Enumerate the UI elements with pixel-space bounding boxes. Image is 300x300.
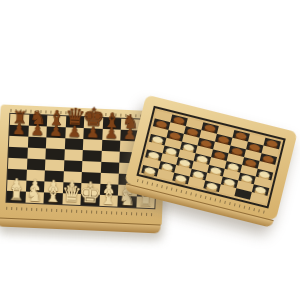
chess-square: ♛	[65, 116, 84, 128]
chess-square: ♟	[9, 125, 28, 137]
chess-square	[64, 149, 83, 161]
chess-square	[63, 160, 82, 172]
chess-square: ♟	[44, 181, 63, 193]
chess-piece-q-brown: ♛	[64, 105, 86, 129]
chess-square: ♟	[28, 126, 47, 138]
chess-square	[82, 150, 101, 162]
chess-square: ♚	[84, 117, 103, 129]
chess-square: ♝	[102, 118, 121, 130]
chess-square: ♞	[25, 192, 44, 204]
chess-square	[100, 162, 119, 174]
chess-square	[8, 147, 27, 159]
checkers-grid	[141, 111, 281, 204]
chess-square	[8, 158, 27, 170]
checker-piece-natural	[175, 174, 187, 182]
chess-square: ♞	[117, 196, 136, 208]
product-scene: ♜♞♝♛♚♝♞♜♟♟♟♟♟♟♟♟♟♟♟♟♟♟♟♟♜♞♝♛♚♝♞♜	[0, 0, 300, 300]
checker-piece-natural	[206, 182, 218, 190]
chess-square: ♟	[25, 181, 44, 193]
chess-square: ♞	[28, 115, 47, 127]
chess-square	[27, 148, 46, 160]
chess-square	[26, 170, 45, 182]
chess-square	[83, 139, 102, 151]
chess-square: ♚	[80, 194, 99, 206]
chess-square: ♟	[62, 182, 81, 194]
chess-square: ♝	[47, 115, 66, 127]
chess-square	[45, 159, 64, 171]
checker-piece-natural	[144, 167, 156, 175]
chess-square: ♜	[10, 114, 29, 126]
chess-square: ♜	[6, 191, 25, 203]
chess-square	[26, 159, 45, 171]
chess-square	[101, 140, 120, 152]
chess-square	[81, 172, 100, 184]
chess-square	[45, 148, 64, 160]
chess-square: ♟	[102, 129, 121, 141]
chess-square: ♟	[7, 180, 26, 192]
chess-square: ♟	[99, 184, 118, 196]
chess-square	[100, 173, 119, 185]
chess-square: ♟	[81, 183, 100, 195]
chess-square	[101, 151, 120, 163]
chess-square: ♝	[43, 192, 62, 204]
chess-square	[9, 136, 28, 148]
chess-square	[63, 171, 82, 183]
chess-square	[27, 137, 46, 149]
chess-square	[7, 169, 26, 181]
chess-square: ♟	[65, 127, 84, 139]
chess-square: ♟	[83, 128, 102, 140]
chess-square: ♟	[46, 126, 65, 138]
chess-square	[64, 138, 83, 150]
chess-square	[82, 161, 101, 173]
chess-square: ♛	[62, 193, 81, 205]
chess-square	[46, 137, 65, 149]
chess-square: ♝	[99, 195, 118, 207]
chess-square	[44, 170, 63, 182]
